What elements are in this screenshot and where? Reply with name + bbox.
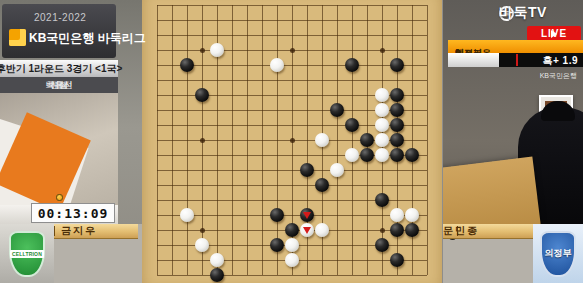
white-stone (375, 88, 389, 102)
white-stone (345, 148, 359, 162)
white-stone (210, 43, 224, 57)
black-stone (390, 103, 404, 117)
black-stone (285, 223, 299, 237)
left-team-roster: CELLTRION 원성진강승민신진서금지우 (0, 224, 142, 283)
winrate-bar: 흑+ 1.9 (448, 53, 583, 67)
black-stone (390, 223, 404, 237)
black-stone (405, 148, 419, 162)
white-stone (195, 238, 209, 252)
white-stone (285, 253, 299, 267)
round-info-bar: 후반기 1라운드 3경기 <1국> (0, 60, 118, 77)
broadcast-frame: 2021-2022 KB국민은행 바둑리그 후반기 1라운드 3경기 <1국> … (0, 0, 583, 283)
hoshi-point (200, 138, 205, 143)
black-stone (375, 238, 389, 252)
hoshi-point (290, 138, 295, 143)
left-clock: 00:13:09 (31, 203, 115, 223)
right-team-roster: 김지석이원영박상진문민종 의정부 (443, 224, 583, 283)
staff-name-2: 백홍석 (46, 79, 73, 92)
league-logo-icon (9, 29, 26, 46)
league-season: 2021-2022 (34, 12, 86, 23)
white-stone (270, 58, 284, 72)
white-stone (375, 118, 389, 132)
hoshi-point (290, 48, 295, 53)
last-move-marker-icon (303, 212, 311, 219)
white-stone (375, 103, 389, 117)
roster-row: 문민종 (443, 224, 533, 239)
white-stone (285, 238, 299, 252)
white-stone (375, 133, 389, 147)
physical-goban (443, 157, 541, 224)
go-board (142, 0, 442, 283)
live-label: LIVE (541, 28, 567, 39)
black-stone (390, 133, 404, 147)
black-stone (360, 133, 374, 147)
live-badge: LIVE (527, 26, 581, 41)
black-stone (390, 58, 404, 72)
black-stone (195, 88, 209, 102)
channel-name: 바둑TV (499, 4, 547, 22)
black-stone (390, 253, 404, 267)
winrate-label: 흑+ 1.9 (542, 54, 578, 68)
white-stone (375, 148, 389, 162)
roster-row: 금지우 (54, 224, 138, 239)
black-stone (270, 238, 284, 252)
winrate-white-segment (448, 53, 499, 67)
uijeongbu-shield-icon: 의정부 (540, 231, 576, 277)
hoshi-point (200, 48, 205, 53)
left-team-logo: CELLTRION (0, 224, 54, 283)
winrate-center-tick (516, 54, 518, 66)
hoshi-point (380, 48, 385, 53)
white-stone (405, 208, 419, 222)
white-stone (315, 133, 329, 147)
right-camera-view: KB국민은행 (443, 67, 583, 224)
black-stone (375, 193, 389, 207)
black-stone (300, 163, 314, 177)
white-stone (315, 223, 329, 237)
black-stone (315, 178, 329, 192)
white-stone (180, 208, 194, 222)
black-stone (345, 58, 359, 72)
league-title: KB국민은행 바둑리그 (29, 30, 146, 47)
black-stone (180, 58, 194, 72)
left-team-logo-text: CELLTRION (10, 250, 44, 258)
right-team-logo: 의정부 (533, 224, 583, 283)
sponsor-small-label: KB국민은행 (540, 71, 577, 81)
last-move-marker-icon (303, 227, 311, 234)
white-stone (330, 163, 344, 177)
black-stone (210, 268, 224, 282)
team-score-bar: 셀트리온 0 의정부 0 (448, 40, 583, 53)
black-stone (405, 223, 419, 237)
channel-logo: ㅌ 바둑TV (499, 3, 581, 23)
black-stone (345, 118, 359, 132)
white-stone (390, 208, 404, 222)
celltrion-shield-icon: CELLTRION (9, 231, 45, 277)
black-stone (390, 148, 404, 162)
black-stone (270, 208, 284, 222)
black-stone (390, 118, 404, 132)
player-name: 금지우 (61, 224, 97, 238)
league-logo-block: 2021-2022 KB국민은행 바둑리그 (2, 4, 116, 58)
hoshi-point (200, 228, 205, 233)
roster-divider (54, 226, 55, 236)
white-stone (210, 253, 224, 267)
right-team-logo-text: 의정부 (545, 247, 572, 260)
black-stone (360, 148, 374, 162)
staff-bar: 진행 최유진 해설 백홍석 (0, 77, 118, 93)
hoshi-point (380, 228, 385, 233)
black-stone (330, 103, 344, 117)
black-stone (390, 88, 404, 102)
player-name: 문민종 (443, 224, 479, 238)
